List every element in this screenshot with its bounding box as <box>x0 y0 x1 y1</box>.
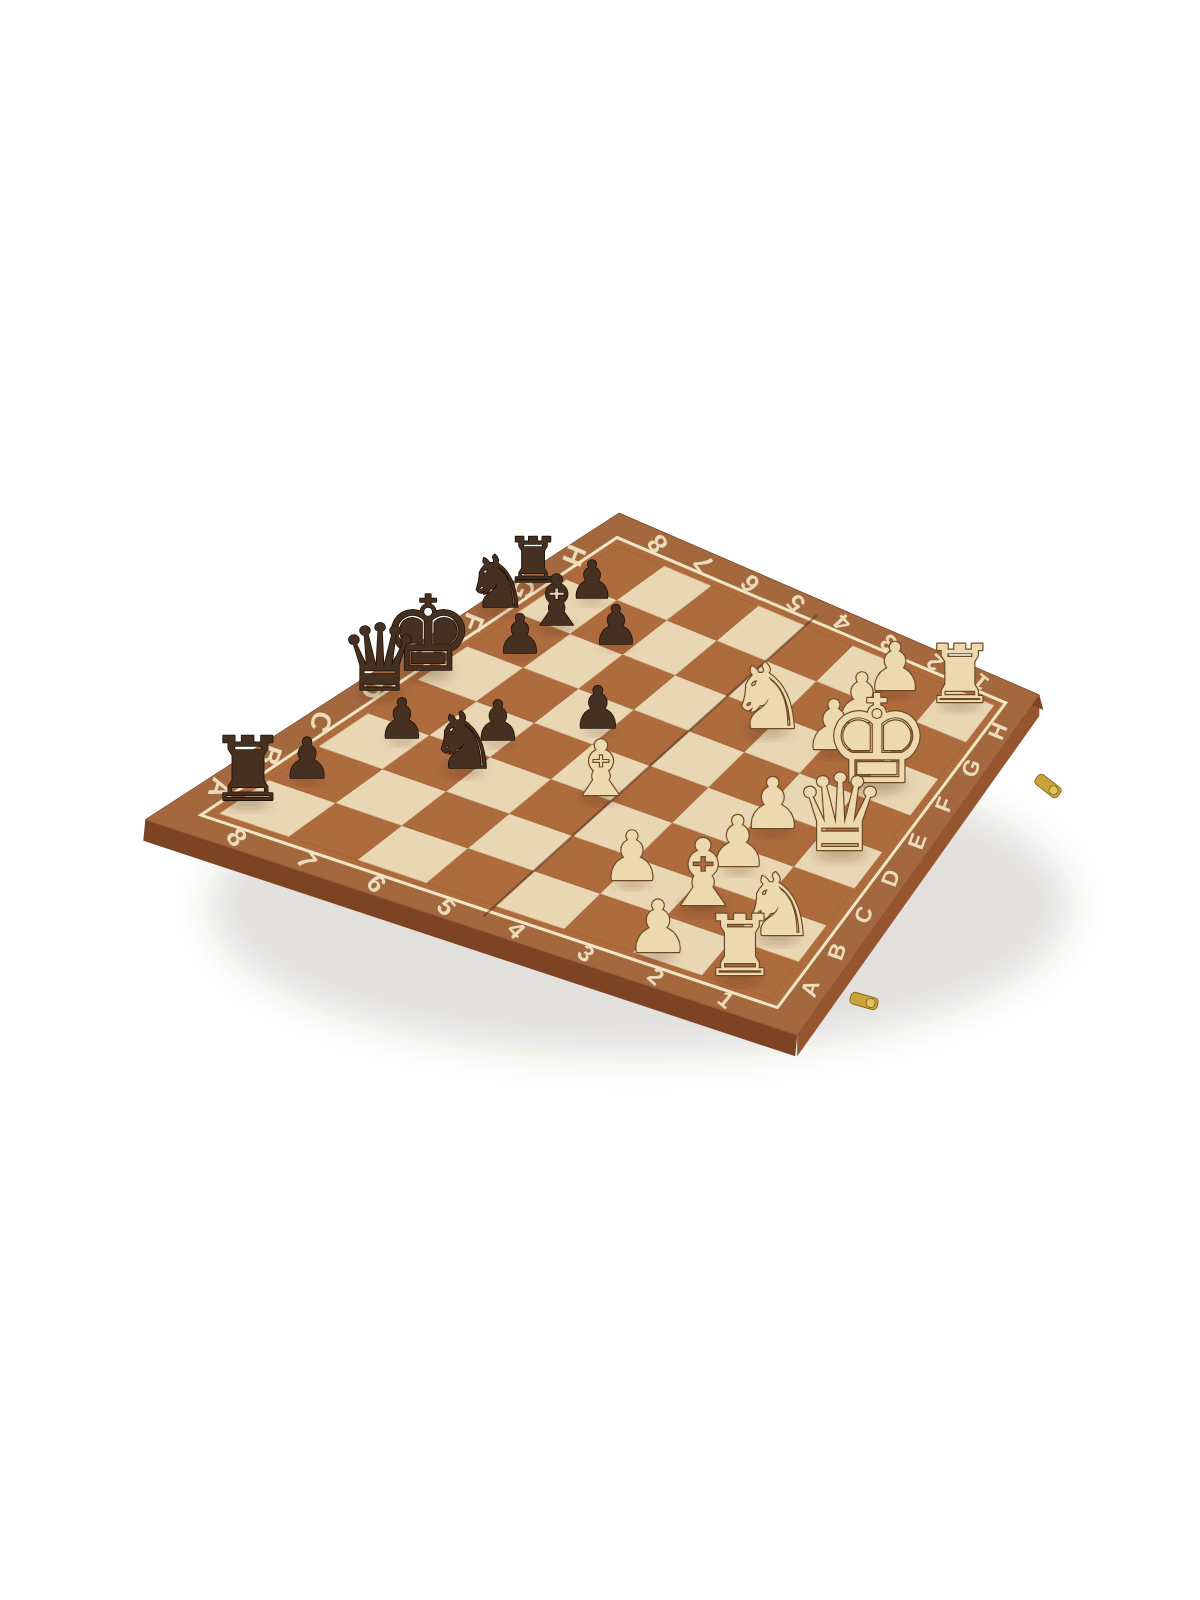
piece-white-pawn-a2[interactable]: ♟ <box>626 885 691 969</box>
piece-white-rook-h1[interactable]: ♜ <box>924 628 996 721</box>
piece-black-pawn-g6[interactable]: ♟ <box>592 594 640 657</box>
brass-clasp-1 <box>1033 773 1062 800</box>
piece-black-rook-a8[interactable]: ♜ <box>209 718 288 821</box>
piece-black-knight-c6[interactable]: ♞ <box>429 696 499 786</box>
piece-white-rook-a1[interactable]: ♜ <box>702 897 777 995</box>
product-photo-stage: ABCDEFGH12345678ABCDEFGH12345678 ♜♟♞♝♟♟♚… <box>0 0 1200 1600</box>
piece-white-knight-f3[interactable]: ♞ <box>728 644 809 749</box>
piece-black-pawn-c7[interactable]: ♟ <box>377 687 426 751</box>
chessboard-scene: ABCDEFGH12345678ABCDEFGH12345678 ♜♟♞♝♟♟♚… <box>0 0 1200 1600</box>
piece-white-bishop-c4[interactable]: ♝ <box>567 724 635 813</box>
piece-black-pawn-b8[interactable]: ♟ <box>282 726 332 791</box>
piece-black-pawn-f7[interactable]: ♟ <box>496 603 544 666</box>
